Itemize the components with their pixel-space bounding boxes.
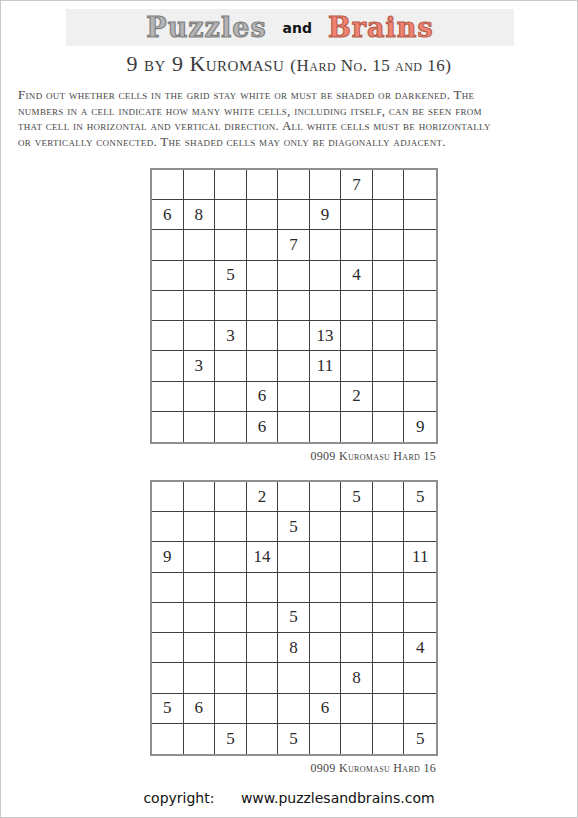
cell-r5c6[interactable]: [310, 291, 342, 321]
cell-r2c5[interactable]: [278, 200, 310, 230]
cell-r7c7[interactable]: 8: [341, 663, 373, 693]
cell-r6c1[interactable]: [152, 633, 184, 663]
cell-r1c2[interactable]: [184, 482, 216, 512]
cell-r4c2[interactable]: [184, 261, 216, 291]
instructions-line-4: or vertically connected. The shaded cell…: [18, 134, 568, 150]
cell-r5c1[interactable]: [152, 291, 184, 321]
cell-r9c3[interactable]: 5: [215, 724, 247, 754]
cell-r3c2[interactable]: [184, 542, 216, 572]
cell-r3c6[interactable]: [310, 230, 342, 260]
cell-r8c7[interactable]: [341, 694, 373, 724]
cell-r7c5[interactable]: [278, 663, 310, 693]
cell-r8c6[interactable]: 6: [310, 694, 342, 724]
cell-r2c4[interactable]: [247, 200, 279, 230]
logo-and: and: [283, 20, 312, 36]
cell-r6c6[interactable]: [310, 633, 342, 663]
cell-r1c7[interactable]: 7: [341, 170, 373, 200]
cell-r8c9[interactable]: [404, 382, 436, 412]
cell-r8c9[interactable]: [404, 694, 436, 724]
page-title-sub: (Hard No. 15 and 16): [290, 56, 451, 75]
cell-r7c2[interactable]: [184, 663, 216, 693]
cell-r2c9[interactable]: [404, 200, 436, 230]
cell-r9c4[interactable]: 6: [247, 412, 279, 442]
cell-r3c8[interactable]: [373, 542, 405, 572]
cell-r9c3[interactable]: [215, 412, 247, 442]
cell-r6c3[interactable]: 3: [215, 321, 247, 351]
footer: copyright: www.puzzlesandbrains.com: [1, 790, 577, 806]
cell-r2c3[interactable]: [215, 512, 247, 542]
cell-r4c4[interactable]: [247, 261, 279, 291]
cell-r1c8[interactable]: [373, 170, 405, 200]
cell-r6c9[interactable]: [404, 321, 436, 351]
cell-r5c1[interactable]: [152, 603, 184, 633]
cell-r9c2[interactable]: [184, 724, 216, 754]
instructions-line-1: Find out whether cells in the grid stay …: [18, 87, 568, 103]
cell-r7c8[interactable]: [373, 351, 405, 381]
cell-r2c7[interactable]: [341, 200, 373, 230]
cell-r2c3[interactable]: [215, 200, 247, 230]
cell-r2c5[interactable]: 5: [278, 512, 310, 542]
cell-r8c1[interactable]: [152, 382, 184, 412]
cell-r1c3[interactable]: [215, 482, 247, 512]
cell-r3c4[interactable]: 14: [247, 542, 279, 572]
cell-r6c2[interactable]: [184, 321, 216, 351]
cell-r3c7[interactable]: [341, 230, 373, 260]
cell-r1c1[interactable]: [152, 482, 184, 512]
cell-r3c1[interactable]: 9: [152, 542, 184, 572]
cell-r1c2[interactable]: [184, 170, 216, 200]
page-title: 9 by 9 Kuromasu (Hard No. 15 and 16): [1, 51, 577, 77]
cell-r4c7[interactable]: 4: [341, 261, 373, 291]
cell-r9c8[interactable]: [373, 724, 405, 754]
cell-r8c4[interactable]: [247, 694, 279, 724]
cell-r6c2[interactable]: [184, 633, 216, 663]
cell-r1c7[interactable]: 5: [341, 482, 373, 512]
cell-r2c1[interactable]: 6: [152, 200, 184, 230]
cell-r5c5[interactable]: 5: [278, 603, 310, 633]
cell-r3c3[interactable]: [215, 542, 247, 572]
cell-r2c9[interactable]: [404, 512, 436, 542]
cell-r6c9[interactable]: 4: [404, 633, 436, 663]
cell-r5c9[interactable]: [404, 291, 436, 321]
cell-r9c1[interactable]: [152, 412, 184, 442]
cell-r8c2[interactable]: [184, 382, 216, 412]
cell-r5c3[interactable]: [215, 291, 247, 321]
cell-r9c6[interactable]: [310, 412, 342, 442]
cell-r1c3[interactable]: [215, 170, 247, 200]
cell-r2c6[interactable]: [310, 512, 342, 542]
cell-r7c1[interactable]: [152, 351, 184, 381]
site-url-link[interactable]: www.puzzlesandbrains.com: [241, 790, 435, 806]
cell-r1c5[interactable]: [278, 170, 310, 200]
instructions: Find out whether cells in the grid stay …: [18, 87, 568, 149]
cell-r1c1[interactable]: [152, 170, 184, 200]
cell-r6c5[interactable]: [278, 321, 310, 351]
cell-r3c9[interactable]: [404, 230, 436, 260]
cell-r5c9[interactable]: [404, 603, 436, 633]
cell-r6c8[interactable]: [373, 633, 405, 663]
copyright-label: copyright:: [143, 790, 214, 806]
puzzle-caption-15: 0909 Kuromasu Hard 15: [150, 449, 438, 464]
logo-brains: Brains: [328, 14, 434, 41]
cell-r7c1[interactable]: [152, 663, 184, 693]
cell-r6c4[interactable]: [247, 633, 279, 663]
cell-r1c9[interactable]: [404, 170, 436, 200]
cell-r6c6[interactable]: 13: [310, 321, 342, 351]
cell-r5c7[interactable]: [341, 603, 373, 633]
cell-r1c8[interactable]: [373, 482, 405, 512]
cell-r9c7[interactable]: [341, 412, 373, 442]
cell-r4c3[interactable]: [215, 573, 247, 603]
cell-r5c2[interactable]: [184, 603, 216, 633]
cell-r5c7[interactable]: [341, 291, 373, 321]
cell-r1c6[interactable]: [310, 170, 342, 200]
cell-r2c2[interactable]: [184, 512, 216, 542]
cell-r7c4[interactable]: [247, 663, 279, 693]
cell-r9c5[interactable]: 5: [278, 724, 310, 754]
cell-r7c7[interactable]: [341, 351, 373, 381]
cell-r2c8[interactable]: [373, 200, 405, 230]
cell-r7c6[interactable]: [310, 663, 342, 693]
cell-r3c6[interactable]: [310, 542, 342, 572]
cell-r5c2[interactable]: [184, 291, 216, 321]
cell-r1c5[interactable]: [278, 482, 310, 512]
cell-r9c9[interactable]: 5: [404, 724, 436, 754]
cell-r9c8[interactable]: [373, 412, 405, 442]
cell-r9c7[interactable]: [341, 724, 373, 754]
cell-r8c4[interactable]: 6: [247, 382, 279, 412]
cell-r4c5[interactable]: [278, 573, 310, 603]
cell-r4c6[interactable]: [310, 573, 342, 603]
puzzle-caption-16: 0909 Kuromasu Hard 16: [150, 761, 438, 776]
cell-r7c9[interactable]: [404, 351, 436, 381]
cell-r3c4[interactable]: [247, 230, 279, 260]
cell-r4c1[interactable]: [152, 573, 184, 603]
cell-r6c5[interactable]: 8: [278, 633, 310, 663]
cell-r9c6[interactable]: [310, 724, 342, 754]
cell-r8c5[interactable]: [278, 382, 310, 412]
cell-r3c2[interactable]: [184, 230, 216, 260]
cell-r6c7[interactable]: [341, 321, 373, 351]
cell-r2c8[interactable]: [373, 512, 405, 542]
cell-r8c8[interactable]: [373, 694, 405, 724]
logo-banner: Puzzles and Brains: [66, 9, 514, 46]
instructions-line-2: numbers in a cell indicate how many whit…: [18, 103, 568, 119]
cell-r7c2[interactable]: 3: [184, 351, 216, 381]
cell-r8c7[interactable]: 2: [341, 382, 373, 412]
cell-r1c6[interactable]: [310, 482, 342, 512]
cell-r4c3[interactable]: 5: [215, 261, 247, 291]
cell-r4c1[interactable]: [152, 261, 184, 291]
cell-r7c4[interactable]: [247, 351, 279, 381]
cell-r5c8[interactable]: [373, 291, 405, 321]
cell-r4c8[interactable]: [373, 261, 405, 291]
cell-r6c4[interactable]: [247, 321, 279, 351]
cell-r6c1[interactable]: [152, 321, 184, 351]
cell-r4c2[interactable]: [184, 573, 216, 603]
instructions-line-3: that cell in horizontal and vertical dir…: [18, 118, 568, 134]
cell-r5c5[interactable]: [278, 291, 310, 321]
cell-r1c9[interactable]: 5: [404, 482, 436, 512]
cell-r5c4[interactable]: [247, 291, 279, 321]
cell-r5c4[interactable]: [247, 603, 279, 633]
cell-r7c9[interactable]: [404, 663, 436, 693]
cell-r3c5[interactable]: 7: [278, 230, 310, 260]
puzzle-hard-16: 2555914115848566555 0909 Kuromasu Hard 1…: [150, 480, 438, 776]
cell-r5c6[interactable]: [310, 603, 342, 633]
cell-r6c3[interactable]: [215, 633, 247, 663]
cell-r4c4[interactable]: [247, 573, 279, 603]
cell-r3c8[interactable]: [373, 230, 405, 260]
cell-r8c2[interactable]: 6: [184, 694, 216, 724]
puzzle-hard-15: 76897543133116269 0909 Kuromasu Hard 15: [150, 168, 438, 464]
cell-r2c6[interactable]: 9: [310, 200, 342, 230]
cell-r2c7[interactable]: [341, 512, 373, 542]
cell-r4c9[interactable]: [404, 573, 436, 603]
cell-r9c9[interactable]: 9: [404, 412, 436, 442]
cell-r3c7[interactable]: [341, 542, 373, 572]
cell-r2c4[interactable]: [247, 512, 279, 542]
cell-r8c5[interactable]: [278, 694, 310, 724]
cell-r3c1[interactable]: [152, 230, 184, 260]
cell-r8c6[interactable]: [310, 382, 342, 412]
kuromasu-grid-16: 2555914115848566555: [150, 480, 438, 756]
cell-r4c5[interactable]: [278, 261, 310, 291]
cell-r9c4[interactable]: [247, 724, 279, 754]
cell-r3c3[interactable]: [215, 230, 247, 260]
page-title-main: 9 by 9 Kuromasu: [127, 51, 285, 76]
cell-r4c7[interactable]: [341, 573, 373, 603]
cell-r8c1[interactable]: 5: [152, 694, 184, 724]
cell-r5c3[interactable]: [215, 603, 247, 633]
cell-r1c4[interactable]: 2: [247, 482, 279, 512]
cell-r8c3[interactable]: [215, 382, 247, 412]
cell-r6c8[interactable]: [373, 321, 405, 351]
cell-r4c9[interactable]: [404, 261, 436, 291]
cell-r7c3[interactable]: [215, 351, 247, 381]
cell-r7c5[interactable]: [278, 351, 310, 381]
cell-r6c7[interactable]: [341, 633, 373, 663]
logo-puzzles: Puzzles: [146, 14, 266, 41]
cell-r4c8[interactable]: [373, 573, 405, 603]
cell-r3c5[interactable]: [278, 542, 310, 572]
cell-r1c4[interactable]: [247, 170, 279, 200]
cell-r8c8[interactable]: [373, 382, 405, 412]
cell-r7c6[interactable]: 11: [310, 351, 342, 381]
cell-r2c1[interactable]: [152, 512, 184, 542]
cell-r4c6[interactable]: [310, 261, 342, 291]
cell-r9c1[interactable]: [152, 724, 184, 754]
cell-r9c5[interactable]: [278, 412, 310, 442]
cell-r7c8[interactable]: [373, 663, 405, 693]
cell-r5c8[interactable]: [373, 603, 405, 633]
page: Puzzles and Brains 9 by 9 Kuromasu (Hard…: [0, 0, 578, 818]
cell-r3c9[interactable]: 11: [404, 542, 436, 572]
cell-r8c3[interactable]: [215, 694, 247, 724]
cell-r9c2[interactable]: [184, 412, 216, 442]
cell-r7c3[interactable]: [215, 663, 247, 693]
cell-r2c2[interactable]: 8: [184, 200, 216, 230]
kuromasu-grid-15: 76897543133116269: [150, 168, 438, 444]
